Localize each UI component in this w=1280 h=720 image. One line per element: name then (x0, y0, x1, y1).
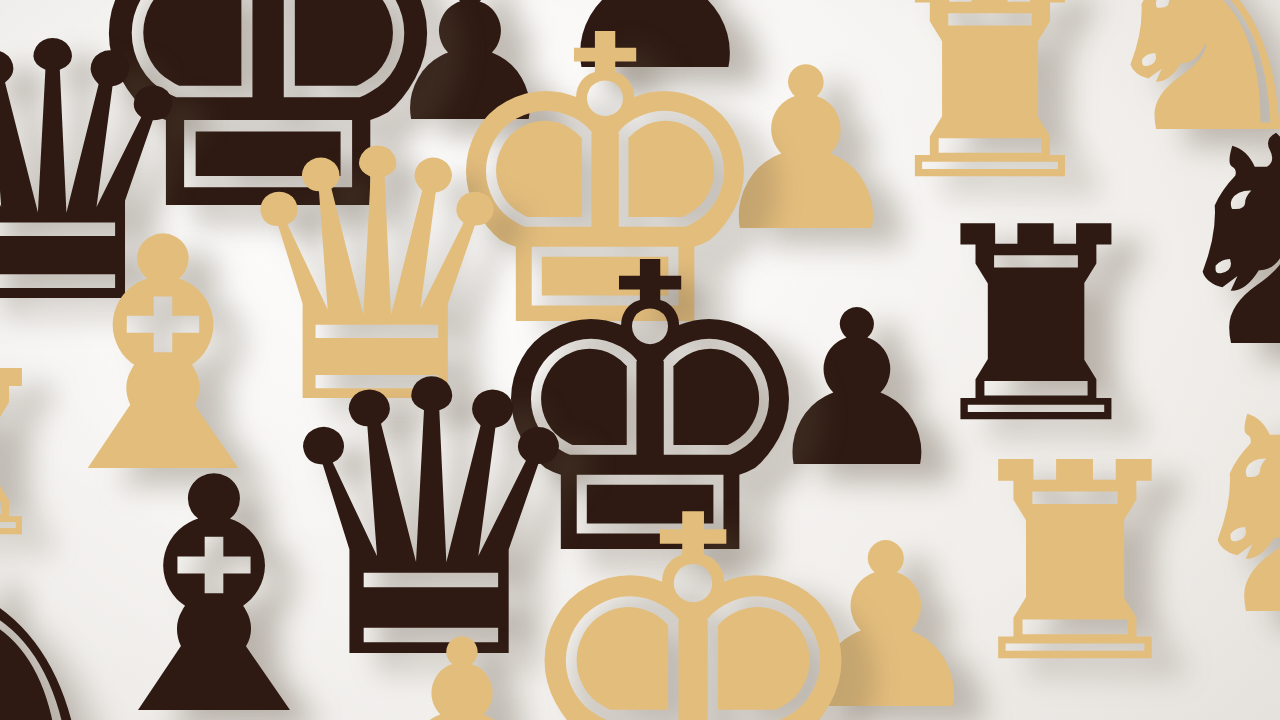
chess-piece-light-king-20: ♚ (503, 462, 883, 720)
photo-surface: ♛♚♟♟♚♟♜♞♝♛♞♝♛♚♟♜♞♜♟♚♟♜♞ (0, 0, 1280, 720)
pieces-layer: ♛♚♟♟♚♟♜♞♝♛♞♝♛♚♟♜♞♜♟♚♟♜♞ (0, 0, 1280, 720)
chess-piece-light-rook-22: ♜ (953, 428, 1197, 701)
chess-piece-dark-knight-11: ♞ (0, 526, 136, 720)
